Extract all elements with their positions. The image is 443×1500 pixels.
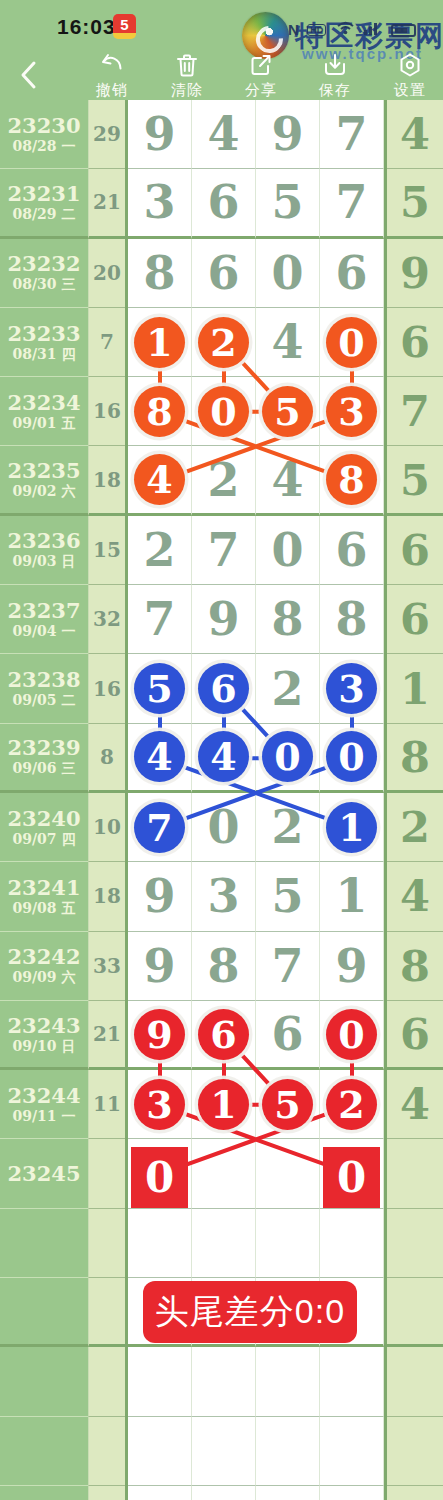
- digit: 9: [143, 869, 175, 923]
- circled-digit: 4: [134, 731, 185, 782]
- digit: 0: [271, 523, 303, 577]
- count-cell: [88, 1139, 125, 1208]
- digit-cell[interactable]: 0: [320, 1001, 384, 1070]
- digit-cell[interactable]: [256, 1417, 320, 1486]
- digit-cell[interactable]: 3: [128, 1070, 192, 1139]
- digit-cell[interactable]: 0: [320, 1139, 384, 1208]
- period-cell: 23245: [0, 1139, 88, 1208]
- circled-digit: 4: [198, 731, 249, 782]
- count-cell: 29: [88, 100, 125, 169]
- digit: 0: [271, 246, 303, 300]
- digit-cell[interactable]: 5: [128, 654, 192, 723]
- digit-cell[interactable]: [192, 1417, 256, 1486]
- tail-cell: [387, 1278, 443, 1347]
- circled-digit: 1: [198, 1079, 249, 1130]
- circled-digit: 6: [198, 663, 249, 714]
- chart-row: 2323409/01 五1680537: [0, 377, 443, 446]
- digit-cell[interactable]: 1: [320, 793, 384, 862]
- digit: 8: [143, 246, 175, 300]
- digit-cell[interactable]: 9: [192, 585, 256, 654]
- tail-cell: 5: [387, 169, 443, 238]
- digit: 2: [207, 453, 239, 507]
- digit-cell[interactable]: 0: [128, 1139, 192, 1208]
- count-cell: 16: [88, 377, 125, 446]
- digit-cell[interactable]: [320, 1209, 384, 1278]
- chart-row: 2323909/06 三844008: [0, 724, 443, 793]
- digit-cell[interactable]: [128, 1209, 192, 1278]
- digit-cell[interactable]: 1: [192, 1070, 256, 1139]
- clear-button[interactable]: 清除: [157, 52, 217, 100]
- circled-digit: 9: [134, 1009, 185, 1060]
- digit-cell[interactable]: 2: [192, 446, 256, 515]
- period-cell: 2323108/29 二: [0, 169, 88, 238]
- digit-cell[interactable]: 7: [320, 169, 384, 238]
- save-button[interactable]: 保存: [305, 52, 365, 100]
- digit-cell[interactable]: 0: [320, 724, 384, 793]
- digit-cell[interactable]: 9: [128, 1001, 192, 1070]
- count-cell: 21: [88, 1001, 125, 1070]
- period-cell: [0, 1486, 88, 1500]
- digit-cell[interactable]: 7: [256, 932, 320, 1001]
- count-cell: 20: [88, 239, 125, 308]
- tail-cell: 4: [387, 100, 443, 169]
- period-cell: 2323409/01 五: [0, 377, 88, 446]
- count-cell: 18: [88, 862, 125, 931]
- circled-digit: 0: [262, 731, 313, 782]
- chart-row: 2324409/11 一1131524: [0, 1070, 443, 1139]
- digit: 2: [143, 523, 175, 577]
- digit-cell[interactable]: 3: [128, 169, 192, 238]
- back-button[interactable]: [18, 60, 42, 90]
- predicted-digit-square: 0: [131, 1147, 188, 1208]
- period-cell: 2324209/09 六: [0, 932, 88, 1001]
- chart-row: 2323108/29 二2136575: [0, 169, 443, 238]
- digit: 1: [335, 869, 367, 923]
- digit: 9: [143, 939, 175, 993]
- tail-cell: 9: [387, 239, 443, 308]
- digit-cell[interactable]: 0: [256, 516, 320, 585]
- system-status-icons: N HD: [288, 20, 416, 38]
- signal-icon: [364, 21, 380, 39]
- undo-button[interactable]: 撤销: [82, 52, 142, 100]
- digit-cell[interactable]: 0: [192, 793, 256, 862]
- digit-cell[interactable]: 9: [256, 100, 320, 169]
- battery-icon: [391, 24, 416, 37]
- tail-cell: 6: [387, 1001, 443, 1070]
- digit-cell[interactable]: 5: [256, 377, 320, 446]
- digit: 5: [271, 869, 303, 923]
- digit: 5: [271, 175, 303, 229]
- count-cell: 16: [88, 654, 125, 723]
- count-cell: [88, 1209, 125, 1278]
- period-cell: [0, 1347, 88, 1416]
- period-cell: [0, 1209, 88, 1278]
- digit-cell[interactable]: [256, 1139, 320, 1208]
- n-icon: N: [288, 21, 299, 38]
- chart-row: [0, 1486, 443, 1500]
- period-cell: 2323709/04 一: [0, 585, 88, 654]
- digit: 6: [335, 246, 367, 300]
- settings-icon: [380, 52, 440, 78]
- digit: 7: [207, 523, 239, 577]
- digit: 4: [271, 315, 303, 369]
- digit: 4: [207, 107, 239, 161]
- status-bar: 16:03 5 N HD: [0, 0, 443, 50]
- circled-digit: 0: [326, 1009, 377, 1060]
- share-label: 分享: [231, 81, 291, 100]
- digit-cell[interactable]: [192, 1209, 256, 1278]
- digit: 7: [335, 107, 367, 161]
- count-cell: 33: [88, 932, 125, 1001]
- digit-cell[interactable]: 2: [320, 1070, 384, 1139]
- digit-cell[interactable]: [256, 1347, 320, 1416]
- digit-cell[interactable]: 6: [256, 1001, 320, 1070]
- circled-digit: 0: [198, 386, 249, 437]
- trash-icon: [157, 52, 217, 78]
- circled-digit: 2: [198, 317, 249, 368]
- count-cell: [88, 1278, 125, 1347]
- count-cell: 21: [88, 169, 125, 238]
- period-cell: 2323208/30 三: [0, 239, 88, 308]
- digit-cell[interactable]: [256, 1486, 320, 1500]
- tail-cell: 4: [387, 1070, 443, 1139]
- period-cell: 2323909/06 三: [0, 724, 88, 793]
- settings-label: 设置: [380, 81, 440, 100]
- circled-digit: 3: [134, 1079, 185, 1130]
- digit-cell[interactable]: 5: [256, 1070, 320, 1139]
- digit-cell[interactable]: 0: [320, 308, 384, 377]
- digit-cell[interactable]: 9: [128, 100, 192, 169]
- digit: 3: [143, 175, 175, 229]
- digit-cell[interactable]: 8: [320, 446, 384, 515]
- digit: 6: [207, 175, 239, 229]
- tail-cell: [387, 1139, 443, 1208]
- digit-cell[interactable]: 9: [128, 862, 192, 931]
- digit-cell[interactable]: 8: [256, 585, 320, 654]
- predicted-digit-square: 0: [323, 1147, 380, 1208]
- chart-row: [0, 1417, 443, 1486]
- tail-cell: 7: [387, 377, 443, 446]
- tail-cell: [387, 1417, 443, 1486]
- digit-cell[interactable]: 0: [192, 377, 256, 446]
- count-cell: 18: [88, 446, 125, 515]
- digit-cell[interactable]: 6: [192, 1001, 256, 1070]
- clock: 16:03: [57, 15, 116, 39]
- count-cell: 32: [88, 585, 125, 654]
- save-label: 保存: [305, 81, 365, 100]
- circled-digit: 0: [326, 731, 377, 782]
- chart-row: 2323809/05 二1656231: [0, 654, 443, 723]
- digit: 2: [271, 662, 303, 716]
- digit-cell[interactable]: [192, 1347, 256, 1416]
- digit: 9: [143, 107, 175, 161]
- digit-cell[interactable]: 1: [128, 308, 192, 377]
- save-icon: [305, 52, 365, 78]
- digit: 3: [207, 869, 239, 923]
- digit-cell[interactable]: 3: [320, 377, 384, 446]
- tail-cell: 1: [387, 654, 443, 723]
- digit-cell[interactable]: [256, 1209, 320, 1278]
- digit-cell[interactable]: [128, 1347, 192, 1416]
- tail-cell: [387, 1486, 443, 1500]
- period-cell: 2324309/10 日: [0, 1001, 88, 1070]
- share-icon: [231, 52, 291, 78]
- chart-row: 2323308/31 四712406: [0, 308, 443, 377]
- chart-row: 2324109/08 五1893514: [0, 862, 443, 931]
- period-cell: 2323008/28 一: [0, 100, 88, 169]
- digit-cell[interactable]: 7: [320, 100, 384, 169]
- digit: 7: [271, 939, 303, 993]
- digit: 9: [335, 939, 367, 993]
- count-cell: 11: [88, 1070, 125, 1139]
- digit-cell[interactable]: 6: [192, 654, 256, 723]
- count-cell: 7: [88, 308, 125, 377]
- circled-digit: 1: [326, 802, 377, 853]
- app-badge-icon: 5: [113, 14, 136, 39]
- settings-button[interactable]: 设置: [380, 52, 440, 100]
- period-cell: 2324109/08 五: [0, 862, 88, 931]
- digit-cell[interactable]: 4: [192, 100, 256, 169]
- circled-digit: 3: [326, 386, 377, 437]
- period-cell: 2323308/31 四: [0, 308, 88, 377]
- digit-cell[interactable]: 0: [256, 239, 320, 308]
- tail-cell: 6: [387, 516, 443, 585]
- digit-cell[interactable]: 0: [256, 724, 320, 793]
- chart-row: 2324009/07 四1070212: [0, 793, 443, 862]
- digit-cell[interactable]: [128, 1486, 192, 1500]
- undo-label: 撤销: [82, 81, 142, 100]
- circled-digit: 5: [262, 386, 313, 437]
- head-tail-diff-banner: 头尾差分0:0: [143, 1281, 357, 1343]
- digit-cell[interactable]: 7: [128, 793, 192, 862]
- chart-row: 2323008/28 一2994974: [0, 100, 443, 169]
- circled-digit: 8: [134, 386, 185, 437]
- tail-cell: 8: [387, 932, 443, 1001]
- digit-cell[interactable]: 5: [256, 169, 320, 238]
- digit-cell[interactable]: 2: [256, 654, 320, 723]
- tail-cell: [387, 1347, 443, 1416]
- digit-cell[interactable]: [128, 1417, 192, 1486]
- digit-cell[interactable]: 3: [320, 654, 384, 723]
- chart-row: 2324209/09 六3398798: [0, 932, 443, 1001]
- period-cell: [0, 1278, 88, 1347]
- chart-row: 2323208/30 三2086069: [0, 239, 443, 308]
- count-cell: 10: [88, 793, 125, 862]
- circled-digit: 1: [134, 317, 185, 368]
- digit-cell[interactable]: [320, 1486, 384, 1500]
- digit-cell[interactable]: 9: [128, 932, 192, 1001]
- hd-icon: HD: [307, 24, 326, 36]
- circled-digit: 6: [198, 1009, 249, 1060]
- digit: 4: [271, 453, 303, 507]
- digit-cell[interactable]: 8: [128, 377, 192, 446]
- digit: 8: [207, 939, 239, 993]
- undo-icon: [82, 52, 142, 78]
- digit: 9: [207, 592, 239, 646]
- digit-cell[interactable]: 4: [256, 446, 320, 515]
- digit-cell[interactable]: 6: [320, 516, 384, 585]
- count-cell: [88, 1486, 125, 1500]
- digit: 7: [335, 175, 367, 229]
- toolbar: 撤销 清除 分享 保存 设置: [0, 50, 443, 100]
- digit-cell[interactable]: [192, 1139, 256, 1208]
- tail-cell: 6: [387, 308, 443, 377]
- digit-cell[interactable]: [320, 1347, 384, 1416]
- tail-cell: 8: [387, 724, 443, 793]
- digit-cell[interactable]: 4: [128, 724, 192, 793]
- digit-cell[interactable]: 2: [192, 308, 256, 377]
- circled-digit: 7: [134, 802, 185, 853]
- digit-cell[interactable]: [320, 1417, 384, 1486]
- digit-cell[interactable]: 4: [256, 308, 320, 377]
- digit: 9: [271, 107, 303, 161]
- digit-cell[interactable]: 2: [256, 793, 320, 862]
- circled-digit: 2: [326, 1079, 377, 1130]
- chart-row: 2323709/04 一3279886: [0, 585, 443, 654]
- clear-label: 清除: [157, 81, 217, 100]
- period-cell: 2323609/03 日: [0, 516, 88, 585]
- chart-row: 2323609/03 日1527066: [0, 516, 443, 585]
- circled-digit: 4: [134, 454, 185, 505]
- digit-cell[interactable]: 8: [192, 932, 256, 1001]
- digit-cell[interactable]: 4: [192, 724, 256, 793]
- chart-row: [0, 1347, 443, 1416]
- digit-cell[interactable]: 7: [192, 516, 256, 585]
- period-cell: 2323509/02 六: [0, 446, 88, 515]
- digit-cell[interactable]: 6: [192, 239, 256, 308]
- chart-row: 2323509/02 六1842485: [0, 446, 443, 515]
- digit-cell[interactable]: [192, 1486, 256, 1500]
- tail-cell: 2: [387, 793, 443, 862]
- chart-row: 2324309/10 日2196606: [0, 1001, 443, 1070]
- tail-cell: 5: [387, 446, 443, 515]
- digit-cell[interactable]: 7: [128, 585, 192, 654]
- digit-cell[interactable]: 9: [320, 932, 384, 1001]
- circled-digit: 8: [326, 454, 377, 505]
- count-cell: 8: [88, 724, 125, 793]
- circled-digit: 3: [326, 663, 377, 714]
- digit-cell[interactable]: 6: [192, 169, 256, 238]
- chart-row: 2324500: [0, 1139, 443, 1208]
- chart-row: [0, 1209, 443, 1278]
- tail-cell: 6: [387, 585, 443, 654]
- digit: 6: [271, 1007, 303, 1061]
- digit-cell[interactable]: 2: [128, 516, 192, 585]
- circled-digit: 5: [262, 1079, 313, 1130]
- digit-cell[interactable]: 3: [192, 862, 256, 931]
- period-cell: [0, 1417, 88, 1486]
- digit-cell[interactable]: 8: [128, 239, 192, 308]
- share-button[interactable]: 分享: [231, 52, 291, 100]
- digit-cell[interactable]: 8: [320, 585, 384, 654]
- count-cell: 15: [88, 516, 125, 585]
- digit-cell[interactable]: 6: [320, 239, 384, 308]
- digit-cell[interactable]: 5: [256, 862, 320, 931]
- digit: 8: [271, 592, 303, 646]
- lottery-trend-chart-screen: 16:03 5 N HD 特区彩票网 www.tqcp.net 撤销: [0, 0, 443, 1500]
- digit: 2: [271, 800, 303, 854]
- digit: 7: [143, 592, 175, 646]
- period-cell: 2323809/05 二: [0, 654, 88, 723]
- wifi-icon: [337, 21, 354, 39]
- period-cell: 2324409/11 一: [0, 1070, 88, 1139]
- circled-digit: 0: [326, 317, 377, 368]
- digit-cell[interactable]: 4: [128, 446, 192, 515]
- digit: 0: [207, 800, 239, 854]
- count-cell: [88, 1417, 125, 1486]
- digit: 6: [335, 523, 367, 577]
- digit: 8: [335, 592, 367, 646]
- circled-digit: 5: [134, 663, 185, 714]
- digit-cell[interactable]: 1: [320, 862, 384, 931]
- tail-cell: 4: [387, 862, 443, 931]
- digit: 6: [207, 246, 239, 300]
- count-cell: [88, 1347, 125, 1416]
- tail-cell: [387, 1209, 443, 1278]
- period-cell: 2324009/07 四: [0, 793, 88, 862]
